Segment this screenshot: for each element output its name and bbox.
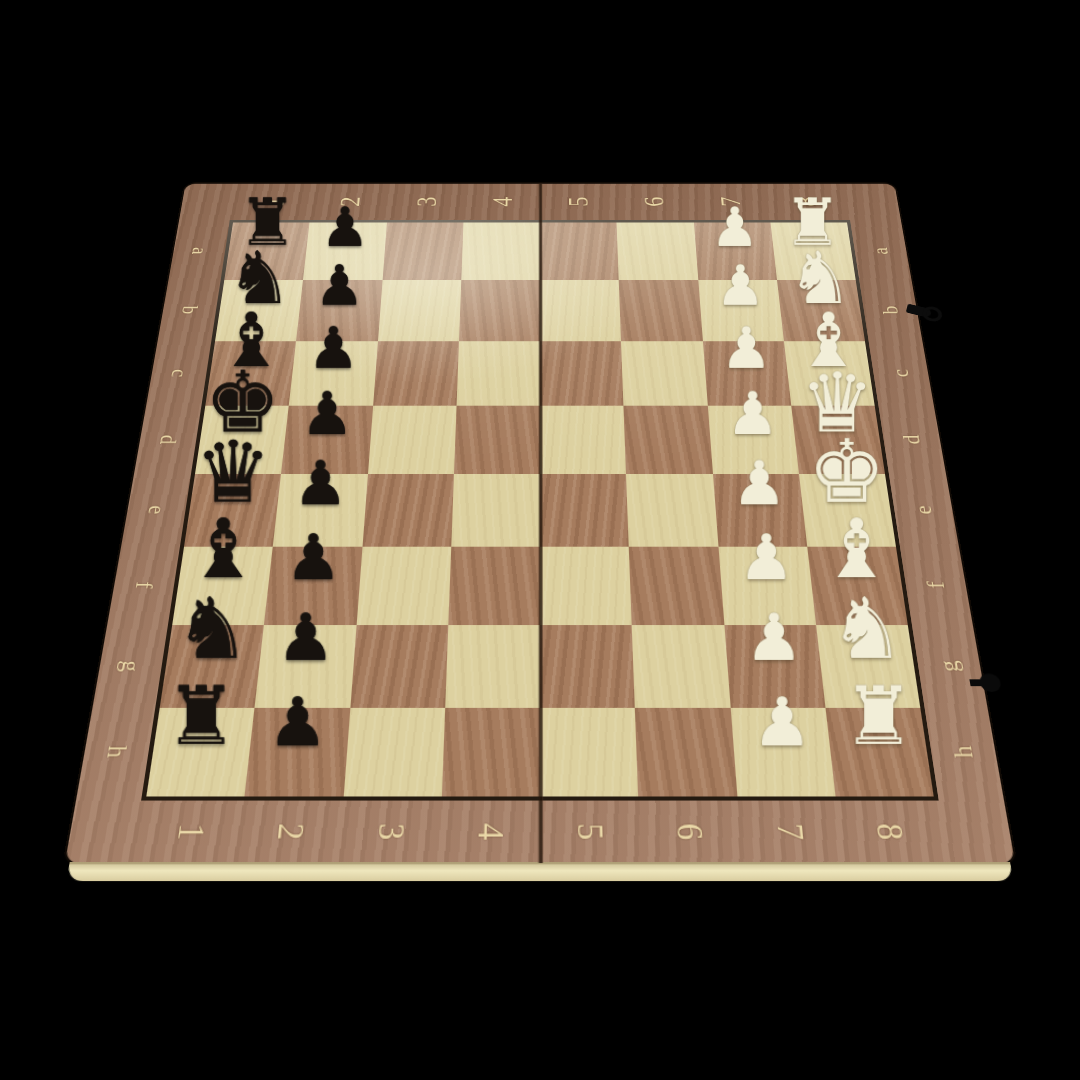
black-knight-g1: ♞ — [163, 586, 263, 671]
folding-chess-board: 12345678 12345678 abcdefgh abcdefgh ♜♞♝♚… — [65, 184, 1015, 864]
square-a1 — [224, 222, 309, 280]
white-pawn-h7: ♟ — [730, 688, 833, 755]
square-a3 — [382, 222, 463, 280]
rank-label-4: 4 — [476, 175, 527, 230]
square-b8 — [777, 280, 865, 341]
square-b2 — [296, 280, 382, 341]
square-b5 — [540, 280, 621, 341]
square-d3 — [368, 405, 457, 474]
square-c3 — [373, 341, 459, 406]
square-d4 — [454, 405, 540, 474]
white-bishop-f8: ♝ — [808, 508, 904, 590]
square-b6 — [619, 280, 703, 341]
square-a6 — [617, 222, 698, 280]
white-pawn-f7: ♟ — [718, 526, 814, 589]
square-a8 — [770, 222, 855, 280]
square-b1 — [215, 280, 303, 341]
square-c1 — [205, 341, 296, 406]
rank-label-6: 6 — [628, 175, 681, 230]
square-d6 — [624, 405, 713, 474]
board-scene: 12345678 12345678 abcdefgh abcdefgh ♜♞♝♚… — [0, 0, 1080, 1080]
square-b3 — [378, 280, 462, 341]
square-b7 — [698, 280, 784, 341]
square-c2 — [289, 341, 378, 406]
white-pawn-g7: ♟ — [724, 604, 824, 669]
square-a2 — [303, 222, 386, 280]
square-a5 — [540, 222, 619, 280]
white-pawn-e7: ♟ — [712, 453, 805, 514]
product-photo-stage: 12345678 12345678 abcdefgh abcdefgh ♜♞♝♚… — [0, 0, 1080, 1080]
black-pawn-g2: ♟ — [256, 604, 356, 669]
square-a4 — [461, 222, 540, 280]
square-c7 — [702, 341, 791, 406]
rank-label-5: 5 — [553, 175, 604, 230]
rank-label-3: 3 — [399, 175, 452, 230]
square-b4 — [459, 280, 540, 341]
square-a7 — [694, 222, 777, 280]
square-c6 — [621, 341, 707, 406]
black-pawn-e2: ♟ — [274, 453, 367, 514]
black-bishop-f1: ♝ — [175, 508, 271, 590]
square-c4 — [456, 341, 540, 406]
square-d5 — [540, 405, 626, 474]
white-rook-h8: ♜ — [827, 675, 930, 756]
square-c5 — [540, 341, 624, 406]
black-rook-h1: ♜ — [150, 675, 253, 756]
black-pawn-f2: ♟ — [266, 526, 362, 589]
white-knight-g8: ♞ — [817, 586, 917, 671]
square-c8 — [784, 341, 875, 406]
black-pawn-h2: ♟ — [247, 688, 350, 755]
